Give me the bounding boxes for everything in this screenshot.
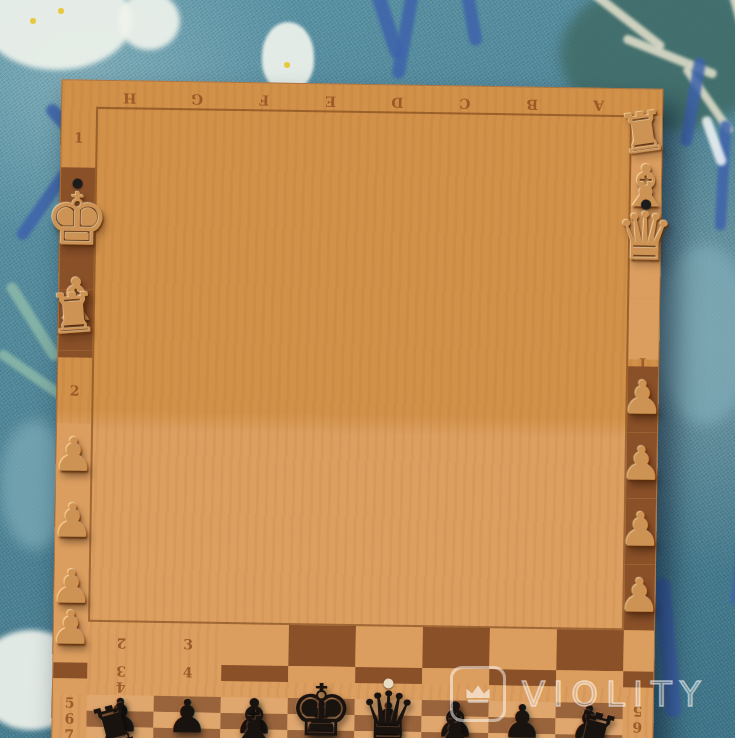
rank-label-right-2: 2 [87, 622, 155, 664]
flower-center-dot [284, 62, 290, 68]
photo-stage: HGFEDCBA1♜♝♚♛♝♜12♟♟♟♟♟♟♟♟2334455667♟♟♟♟♟… [0, 0, 735, 738]
file-label-top-c: C [431, 86, 498, 113]
rank-label-left-7: 7 [52, 726, 86, 738]
black-king-glyph: ♚ [288, 674, 354, 738]
square-h2: ♟ [627, 366, 658, 432]
queen-finial-ball [641, 199, 651, 209]
square-g2: ♟ [56, 423, 91, 490]
rank-label-right-3: 3 [87, 663, 154, 680]
fabric-leaf-blue [453, 0, 483, 47]
piece-black-king-e8: ♚ [288, 674, 354, 738]
piece-white-queen-d1: ♛ [615, 204, 675, 271]
crown-icon [464, 683, 492, 705]
flower-center-dot [58, 8, 64, 14]
white-queen-glyph: ♛ [615, 204, 675, 271]
square-f2: ♟ [626, 432, 657, 498]
violity-watermark: VIOLITY [450, 666, 709, 722]
fabric-flower [0, 0, 132, 70]
board-margin-corner [62, 80, 96, 107]
file-label-top-f: F [230, 83, 297, 110]
square-a4 [53, 678, 87, 695]
file-label-top-g: G [163, 82, 230, 109]
flower-center-dot [30, 18, 36, 24]
piece-white-pawn-g2: ♟ [53, 431, 95, 478]
square-d2: ♟ [625, 498, 656, 564]
white-pawn-glyph: ♟ [621, 440, 663, 487]
white-pawn-glyph: ♟ [50, 604, 92, 651]
rank-label-left-6: 6 [52, 710, 86, 727]
fabric-leaf-blue [731, 526, 735, 607]
piece-white-pawn-b2: ♟ [619, 572, 661, 619]
white-pawn-glyph: ♟ [53, 431, 95, 478]
white-pawn-glyph: ♟ [52, 497, 94, 544]
black-bishop-glyph: ♝ [228, 691, 281, 738]
file-label-top-e: E [297, 84, 364, 111]
file-label-top-h: H [96, 81, 163, 108]
square-h3 [221, 624, 289, 666]
black-queen-glyph: ♛ [358, 683, 418, 738]
square-e3 [422, 627, 490, 669]
piece-white-pawn-h2: ♟ [622, 374, 664, 421]
piece-white-pawn-a2: ♟ [50, 604, 92, 651]
piece-white-pawn-f2: ♟ [621, 440, 663, 487]
playing-area-border [88, 107, 632, 630]
watermark-logo-box [450, 666, 506, 722]
square-g3 [288, 625, 356, 667]
rank-label-left-3: 3 [154, 623, 222, 665]
white-rook-glyph: ♜ [47, 285, 100, 343]
square-a3 [53, 662, 87, 679]
black-pawn-glyph: ♟ [166, 693, 208, 738]
square-d1: ♛ [629, 237, 660, 298]
white-pawn-glyph: ♟ [622, 374, 664, 421]
piece-white-king-e1: ♚ [45, 183, 111, 256]
piece-white-rook-a1: ♜ [47, 285, 100, 343]
file-label-top-d: D [364, 85, 431, 112]
piece-white-pawn-e2: ♟ [52, 497, 94, 544]
square-c3 [556, 629, 624, 671]
white-king-glyph: ♚ [45, 183, 111, 256]
square-d3 [489, 628, 557, 670]
rank-label-left-2: 2 [57, 357, 92, 424]
watermark-text: VIOLITY [522, 674, 709, 714]
file-label-top-b: B [498, 87, 565, 114]
white-pawn-glyph: ♟ [619, 572, 661, 619]
white-pawn-glyph: ♟ [620, 506, 662, 553]
piece-black-queen-d8: ♛ [358, 683, 418, 738]
fabric-flower [262, 22, 314, 90]
square-b1 [628, 298, 659, 359]
square-h4 [221, 665, 288, 682]
square-e2: ♟ [55, 489, 90, 556]
square-f3 [355, 626, 423, 668]
piece-white-pawn-d2: ♟ [620, 506, 662, 553]
queen-finial-ball [384, 678, 394, 688]
piece-black-pawn-g7: ♟ [166, 693, 208, 738]
fabric-flower [118, 0, 180, 50]
square-a2: ♟ [53, 621, 88, 663]
square-b7: ♟ [488, 733, 555, 738]
square-g7: ♟ [153, 728, 220, 738]
piece-black-bishop-f8: ♝ [228, 691, 281, 738]
square-b2: ♟ [624, 564, 655, 630]
chess-board: HGFEDCBA1♜♝♚♛♝♜12♟♟♟♟♟♟♟♟2334455667♟♟♟♟♟… [51, 79, 664, 738]
rank-label-left-1: 1 [61, 106, 96, 168]
rank-label-left-4: 4 [154, 664, 221, 681]
queen-finial-ball [73, 179, 83, 189]
